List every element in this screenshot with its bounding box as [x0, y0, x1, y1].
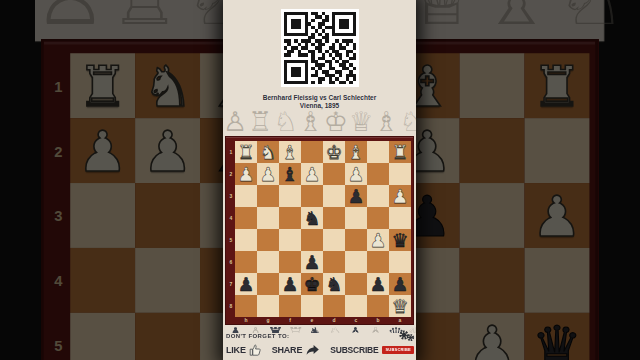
rank-label: 4	[228, 215, 234, 221]
file-label: g	[257, 317, 279, 323]
square-e8	[301, 295, 323, 317]
square-a6	[389, 251, 411, 273]
piece-white-pawn: ♟	[237, 163, 254, 185]
square-g4	[257, 207, 279, 229]
square-h5	[235, 229, 257, 251]
square-e2: ♟	[301, 163, 323, 185]
share-arrow-icon[interactable]	[305, 344, 320, 356]
square-h4	[235, 207, 257, 229]
piece-white-pawn: ♟	[303, 163, 320, 185]
square-d4	[323, 207, 345, 229]
square-c3: ♟	[345, 185, 367, 207]
square-e6: ♟	[301, 251, 323, 273]
piece-white-knight: ♞	[259, 141, 276, 163]
subscribe-label[interactable]: SUBSCRIBE	[330, 345, 378, 355]
square-c2: ♟	[345, 163, 367, 185]
square-a1: ♜	[389, 141, 411, 163]
qr-code	[281, 9, 359, 87]
shorts-video-frame: Bernhard Fleissig vs Carl Schlechter Vie…	[0, 0, 640, 360]
square-c8	[345, 295, 367, 317]
board-grid: ♜♞♝♚♝♜♟♟♝♟♟♟♟♞♟♛♟♟♟♚♞♟♟♛	[235, 141, 411, 317]
dont-forget-label: Don't Forget to:	[226, 333, 289, 339]
piece-black-bishop: ♝	[281, 163, 298, 185]
square-h6	[235, 251, 257, 273]
square-d5	[323, 229, 345, 251]
file-label: a	[389, 317, 411, 323]
square-g3	[257, 185, 279, 207]
square-a5: ♛	[389, 229, 411, 251]
file-label: h	[235, 317, 257, 323]
piece-black-knight: ♞	[303, 207, 320, 229]
square-f5	[279, 229, 301, 251]
cta-banner: ♟♙♜♖♞♘♝♗♛♕♚ Don't Forget to: LIKE SHARE …	[223, 325, 416, 360]
piece-white-rook: ♜	[391, 141, 408, 163]
square-e7: ♚	[301, 273, 323, 295]
square-b2	[367, 163, 389, 185]
gears-icon	[398, 328, 415, 346]
square-b6	[367, 251, 389, 273]
square-e3	[301, 185, 323, 207]
thumbs-up-icon[interactable]	[249, 344, 262, 356]
cta-row: LIKE SHARE SUBSCRIBE SUBSCRIBE	[226, 342, 416, 357]
decorative-piece: ♞	[307, 325, 327, 333]
square-b5: ♟	[367, 229, 389, 251]
piece-black-queen: ♛	[391, 229, 408, 251]
square-g5	[257, 229, 279, 251]
square-f1: ♝	[279, 141, 301, 163]
chessboard: 12345678 ♜♞♝♚♝♜♟♟♝♟♟♟♟♞♟♛♟♟♟♚♞♟♟♛ hgfedc…	[225, 136, 414, 325]
like-label[interactable]: LIKE	[226, 345, 246, 355]
rank-label: 2	[228, 171, 234, 177]
square-c7	[345, 273, 367, 295]
piece-black-king: ♚	[303, 273, 320, 295]
square-g6	[257, 251, 279, 273]
square-b3	[367, 185, 389, 207]
square-g1: ♞	[257, 141, 279, 163]
file-label: b	[367, 317, 389, 323]
square-h2: ♟	[235, 163, 257, 185]
square-b7: ♟	[367, 273, 389, 295]
piece-white-pawn: ♟	[347, 163, 364, 185]
piece-white-pawn: ♟	[259, 163, 276, 185]
square-e1	[301, 141, 323, 163]
decorative-piece: ♜	[267, 325, 287, 333]
piece-black-pawn: ♟	[347, 185, 364, 207]
share-label[interactable]: SHARE	[272, 345, 303, 355]
piece-white-queen: ♛	[391, 295, 408, 317]
square-h7: ♟	[235, 273, 257, 295]
square-d2	[323, 163, 345, 185]
square-d7: ♞	[323, 273, 345, 295]
piece-black-knight: ♞	[325, 273, 342, 295]
piece-white-rook: ♜	[237, 141, 254, 163]
piece-black-pawn: ♟	[303, 251, 320, 273]
square-f3	[279, 185, 301, 207]
piece-white-bishop: ♝	[347, 141, 364, 163]
piece-black-pawn: ♟	[237, 273, 254, 295]
decorative-piece: ♘	[327, 325, 347, 333]
square-a3: ♟	[389, 185, 411, 207]
rank-label: 1	[228, 149, 234, 155]
rank-label: 3	[228, 193, 234, 199]
decorative-piece-band-bottom: ♟♙♜♖♞♘♝♗♛♕♚	[223, 325, 416, 333]
square-g8	[257, 295, 279, 317]
file-label: e	[301, 317, 323, 323]
square-a7: ♟	[389, 273, 411, 295]
square-d1: ♚	[323, 141, 345, 163]
piece-black-pawn: ♟	[369, 273, 386, 295]
square-b1	[367, 141, 389, 163]
square-h8	[235, 295, 257, 317]
file-label: f	[279, 317, 301, 323]
square-b8	[367, 295, 389, 317]
rank-label: 6	[228, 259, 234, 265]
square-f8	[279, 295, 301, 317]
square-a2	[389, 163, 411, 185]
decorative-piece: ♙	[247, 325, 267, 333]
square-c1: ♝	[345, 141, 367, 163]
piece-black-pawn: ♟	[391, 273, 408, 295]
decorative-piece: ♖	[287, 325, 307, 333]
decorative-piece: ♝	[347, 325, 367, 333]
square-g2: ♟	[257, 163, 279, 185]
square-c6	[345, 251, 367, 273]
square-g7	[257, 273, 279, 295]
rank-label: 8	[228, 303, 234, 309]
piece-white-pawn: ♟	[391, 185, 408, 207]
square-f2: ♝	[279, 163, 301, 185]
square-a8: ♛	[389, 295, 411, 317]
square-h1: ♜	[235, 141, 257, 163]
square-h3	[235, 185, 257, 207]
video-column: Bernhard Fleissig vs Carl Schlechter Vie…	[223, 0, 416, 360]
square-f7: ♟	[279, 273, 301, 295]
subscribe-button[interactable]: SUBSCRIBE	[382, 346, 413, 354]
square-d6	[323, 251, 345, 273]
square-a4	[389, 207, 411, 229]
piece-white-pawn: ♟	[369, 229, 386, 251]
square-e4: ♞	[301, 207, 323, 229]
square-f4	[279, 207, 301, 229]
square-d3	[323, 185, 345, 207]
square-c5	[345, 229, 367, 251]
square-b4	[367, 207, 389, 229]
rank-label: 7	[228, 281, 234, 287]
square-e5	[301, 229, 323, 251]
square-c4	[345, 207, 367, 229]
players-line: Bernhard Fleissig vs Carl Schlechter	[223, 94, 416, 102]
file-label: d	[323, 317, 345, 323]
piece-white-bishop: ♝	[281, 141, 298, 163]
decorative-piece: ♗	[367, 325, 387, 333]
decorative-piece-band-top: ♙♖♘♗♔♕♗♘♖♙	[223, 107, 416, 137]
file-label: c	[345, 317, 367, 323]
decorative-piece: ♟	[227, 325, 247, 333]
square-f6	[279, 251, 301, 273]
square-d8	[323, 295, 345, 317]
piece-white-king: ♚	[325, 141, 342, 163]
top-section: Bernhard Fleissig vs Carl Schlechter Vie…	[223, 0, 416, 137]
rank-label: 5	[228, 237, 234, 243]
piece-black-pawn: ♟	[281, 273, 298, 295]
